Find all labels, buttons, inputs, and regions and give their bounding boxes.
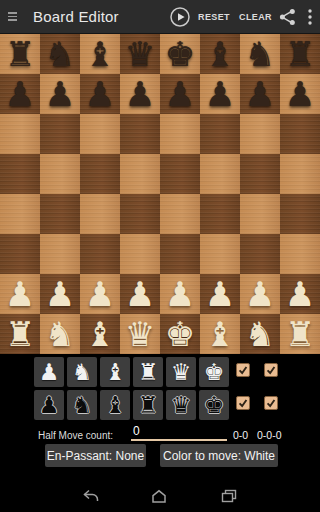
black-pawn: ♟: [80, 74, 120, 114]
palette-black-castling: [236, 396, 278, 410]
clear-button[interactable]: CLEAR: [239, 12, 272, 22]
editor-panel: ♟♞♝♜♛♚ ♟♞♝♜♛♚ Half Move count: 0 0-0 0-0…: [0, 354, 320, 480]
square-e2[interactable]: ♟: [160, 274, 200, 314]
square-e7[interactable]: ♟: [160, 74, 200, 114]
square-c3[interactable]: [80, 234, 120, 274]
square-a8[interactable]: ♜: [0, 34, 40, 74]
black-queenside-castling-checkbox[interactable]: [264, 396, 278, 410]
chess-board: ♜♞♝♛♚♝♞♜♟♟♟♟♟♟♟♟♟♟♟♟♟♟♟♟♜♞♝♛♚♝♞♜: [0, 34, 320, 354]
check-icon: [237, 364, 249, 376]
square-c7[interactable]: ♟: [80, 74, 120, 114]
black-knight-icon: ♞: [72, 394, 93, 417]
square-e6[interactable]: [160, 114, 200, 154]
white-pawn: ♟: [0, 274, 40, 314]
palette-black-pieces: ♟♞♝♜♛♚: [34, 390, 229, 420]
black-queen-icon: ♛: [171, 394, 192, 417]
square-g6[interactable]: [240, 114, 280, 154]
square-d3[interactable]: [120, 234, 160, 274]
white-bishop-button[interactable]: ♝: [100, 357, 130, 387]
check-icon: [237, 397, 249, 409]
square-h6[interactable]: [280, 114, 320, 154]
black-king-button[interactable]: ♚: [199, 390, 229, 420]
color-to-move-button[interactable]: Color to move: White: [160, 444, 278, 467]
square-b4[interactable]: [40, 194, 80, 234]
square-b1[interactable]: ♞: [40, 314, 80, 354]
black-bishop: ♝: [200, 34, 240, 74]
page-title: Board Editor: [33, 8, 119, 25]
half-move-label: Half Move count:: [38, 430, 113, 441]
square-f4[interactable]: [200, 194, 240, 234]
white-queen: ♛: [120, 314, 160, 354]
square-h4[interactable]: [280, 194, 320, 234]
white-pawn: ♟: [160, 274, 200, 314]
square-g3[interactable]: [240, 234, 280, 274]
black-king: ♚: [160, 34, 200, 74]
recents-icon: [220, 489, 238, 503]
white-pawn-button[interactable]: ♟: [34, 357, 64, 387]
white-queenside-castling-checkbox[interactable]: [264, 363, 278, 377]
black-kingside-castling-checkbox[interactable]: [236, 396, 250, 410]
square-e8[interactable]: ♚: [160, 34, 200, 74]
white-bishop-icon: ♝: [105, 361, 126, 384]
white-knight-button[interactable]: ♞: [67, 357, 97, 387]
kingside-castling-label: 0-0: [233, 429, 248, 441]
square-a3[interactable]: [0, 234, 40, 274]
square-f1[interactable]: ♝: [200, 314, 240, 354]
white-rook: ♜: [280, 314, 320, 354]
share-button[interactable]: [279, 8, 296, 26]
check-icon: [265, 364, 277, 376]
square-h2[interactable]: ♟: [280, 274, 320, 314]
black-pawn-button[interactable]: ♟: [34, 390, 64, 420]
square-d8[interactable]: ♛: [120, 34, 160, 74]
square-d6[interactable]: [120, 114, 160, 154]
white-pawn: ♟: [240, 274, 280, 314]
square-a1[interactable]: ♜: [0, 314, 40, 354]
palette-white-castling: [236, 363, 278, 377]
menu-icon[interactable]: [8, 11, 20, 23]
square-f8[interactable]: ♝: [200, 34, 240, 74]
square-d5[interactable]: [120, 154, 160, 194]
queenside-castling-label: 0-0-0: [257, 429, 282, 441]
white-rook: ♜: [0, 314, 40, 354]
square-b7[interactable]: ♟: [40, 74, 80, 114]
back-button[interactable]: [82, 489, 100, 503]
square-b8[interactable]: ♞: [40, 34, 80, 74]
square-f5[interactable]: [200, 154, 240, 194]
black-queen-button[interactable]: ♛: [166, 390, 196, 420]
black-knight: ♞: [40, 34, 80, 74]
square-a6[interactable]: [0, 114, 40, 154]
square-e1[interactable]: ♚: [160, 314, 200, 354]
play-icon: [169, 6, 191, 28]
black-queen: ♛: [120, 34, 160, 74]
square-c8[interactable]: ♝: [80, 34, 120, 74]
square-h1[interactable]: ♜: [280, 314, 320, 354]
white-pawn: ♟: [120, 274, 160, 314]
white-pawn: ♟: [80, 274, 120, 314]
black-rook-icon: ♜: [138, 394, 159, 417]
white-knight-icon: ♞: [72, 361, 93, 384]
top-action-bar: Board Editor RESET CLEAR: [0, 0, 320, 34]
square-f3[interactable]: [200, 234, 240, 274]
square-g7[interactable]: ♟: [240, 74, 280, 114]
palette-white-pieces: ♟♞♝♜♛♚: [34, 357, 229, 387]
action-bar-buttons: RESET CLEAR: [169, 0, 320, 34]
overflow-menu-icon: [308, 9, 312, 25]
white-knight: ♞: [240, 314, 280, 354]
black-pawn: ♟: [40, 74, 80, 114]
home-icon: [150, 489, 168, 503]
square-g8[interactable]: ♞: [240, 34, 280, 74]
white-rook-button[interactable]: ♜: [133, 357, 163, 387]
square-g1[interactable]: ♞: [240, 314, 280, 354]
reset-button[interactable]: RESET: [198, 12, 230, 22]
white-king-button[interactable]: ♚: [199, 357, 229, 387]
black-pawn: ♟: [120, 74, 160, 114]
square-h5[interactable]: [280, 154, 320, 194]
en-passant-button[interactable]: En-Passant: None: [45, 444, 146, 467]
white-queen-icon: ♛: [171, 361, 192, 384]
square-a4[interactable]: [0, 194, 40, 234]
square-c4[interactable]: [80, 194, 120, 234]
square-b6[interactable]: [40, 114, 80, 154]
black-pawn: ♟: [200, 74, 240, 114]
square-f6[interactable]: [200, 114, 240, 154]
white-kingside-castling-checkbox[interactable]: [236, 363, 250, 377]
black-pawn-icon: ♟: [39, 394, 60, 417]
white-pawn: ♟: [280, 274, 320, 314]
black-rook-button[interactable]: ♜: [133, 390, 163, 420]
white-pawn: ♟: [200, 274, 240, 314]
android-nav-bar: [0, 480, 320, 512]
black-bishop-icon: ♝: [105, 394, 126, 417]
square-a2[interactable]: ♟: [0, 274, 40, 314]
square-e5[interactable]: [160, 154, 200, 194]
square-g5[interactable]: [240, 154, 280, 194]
square-f7[interactable]: ♟: [200, 74, 240, 114]
white-pawn-icon: ♟: [39, 361, 60, 384]
black-bishop-button[interactable]: ♝: [100, 390, 130, 420]
square-f2[interactable]: ♟: [200, 274, 240, 314]
square-g2[interactable]: ♟: [240, 274, 280, 314]
white-rook-icon: ♜: [138, 361, 159, 384]
square-c6[interactable]: [80, 114, 120, 154]
back-icon: [82, 489, 100, 503]
square-b5[interactable]: [40, 154, 80, 194]
square-h8[interactable]: ♜: [280, 34, 320, 74]
square-b2[interactable]: ♟: [40, 274, 80, 314]
white-pawn: ♟: [40, 274, 80, 314]
black-pawn: ♟: [280, 74, 320, 114]
square-e4[interactable]: [160, 194, 200, 234]
white-queen-button[interactable]: ♛: [166, 357, 196, 387]
square-h7[interactable]: ♟: [280, 74, 320, 114]
play-button[interactable]: [169, 6, 191, 28]
square-c1[interactable]: ♝: [80, 314, 120, 354]
black-bishop: ♝: [80, 34, 120, 74]
home-button[interactable]: [150, 489, 168, 503]
square-a5[interactable]: [0, 154, 40, 194]
black-knight: ♞: [240, 34, 280, 74]
square-a7[interactable]: ♟: [0, 74, 40, 114]
black-rook: ♜: [280, 34, 320, 74]
half-move-input[interactable]: 0: [131, 424, 227, 441]
black-pawn: ♟: [240, 74, 280, 114]
board-editor-screen: Board Editor RESET CLEAR: [0, 0, 320, 512]
square-d4[interactable]: [120, 194, 160, 234]
white-bishop: ♝: [200, 314, 240, 354]
share-icon: [279, 8, 296, 26]
square-d1[interactable]: ♛: [120, 314, 160, 354]
square-h3[interactable]: [280, 234, 320, 274]
check-icon: [265, 397, 277, 409]
white-knight: ♞: [40, 314, 80, 354]
white-king-icon: ♚: [204, 361, 225, 384]
black-pawn: ♟: [0, 74, 40, 114]
overflow-menu-button[interactable]: [308, 9, 312, 25]
square-e3[interactable]: [160, 234, 200, 274]
recents-button[interactable]: [220, 489, 238, 503]
black-rook: ♜: [0, 34, 40, 74]
square-d2[interactable]: ♟: [120, 274, 160, 314]
square-c5[interactable]: [80, 154, 120, 194]
square-d7[interactable]: ♟: [120, 74, 160, 114]
white-bishop: ♝: [80, 314, 120, 354]
white-king: ♚: [160, 314, 200, 354]
square-g4[interactable]: [240, 194, 280, 234]
square-c2[interactable]: ♟: [80, 274, 120, 314]
square-b3[interactable]: [40, 234, 80, 274]
black-pawn: ♟: [160, 74, 200, 114]
black-knight-button[interactable]: ♞: [67, 390, 97, 420]
black-king-icon: ♚: [204, 394, 225, 417]
